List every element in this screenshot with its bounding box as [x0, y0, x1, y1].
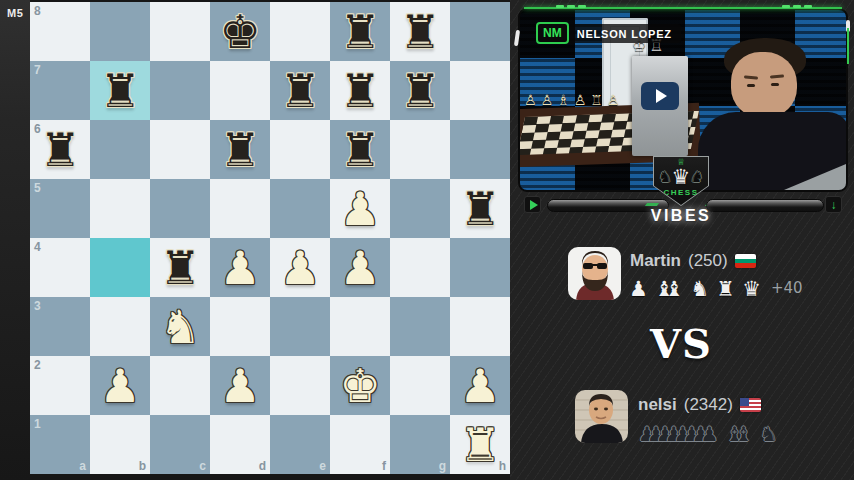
file-label-d: d	[259, 460, 266, 472]
play-control-icon	[524, 196, 541, 213]
square-d5[interactable]	[210, 179, 270, 238]
avatar-martin-image	[568, 247, 621, 300]
material-advantage: +40	[771, 279, 803, 297]
square-g8[interactable]: ♜	[390, 2, 450, 61]
captured-knight-icon: ♞	[759, 424, 777, 444]
square-c5[interactable]	[150, 179, 210, 238]
rank-label-1: 1	[34, 418, 41, 430]
rank-label-4: 4	[34, 241, 41, 253]
square-a8[interactable]: 8	[30, 2, 90, 61]
streamer-label: NM NELSON LOPEZ	[536, 22, 681, 44]
square-e2[interactable]	[270, 356, 330, 415]
logo-shield: ♕ ♞ ♛ ♞ CHESS	[653, 156, 709, 206]
knight-icon: ♞	[690, 170, 703, 185]
square-a3[interactable]: 3	[30, 297, 90, 356]
square-c7[interactable]	[150, 61, 210, 120]
player-top-name: Martin	[630, 251, 681, 271]
player-bottom-name: nelsi	[638, 395, 677, 415]
square-h2[interactable]: ♟	[450, 356, 510, 415]
square-f1[interactable]: f	[330, 415, 390, 474]
player-bottom-info: nelsi (2342)	[638, 395, 761, 415]
white-knight: ♞	[150, 297, 210, 356]
black-rook: ♜	[270, 61, 330, 120]
file-label-a: a	[79, 460, 86, 472]
captured-pawn-icon: ♟	[629, 279, 648, 300]
move-list-strip: M5	[0, 0, 30, 480]
square-f8[interactable]: ♜	[330, 2, 390, 61]
captured-rook-icon: ♜	[716, 279, 735, 300]
square-a6[interactable]: 6♜	[30, 120, 90, 179]
white-pawn: ♟	[270, 238, 330, 297]
rank-label-6: 6	[34, 123, 41, 135]
black-rook: ♜	[90, 61, 150, 120]
youtube-play-button-award	[632, 56, 688, 156]
logo-text-chess: CHESS	[654, 188, 708, 197]
square-d7[interactable]	[210, 61, 270, 120]
square-b5[interactable]	[90, 179, 150, 238]
square-b7[interactable]: ♜	[90, 61, 150, 120]
square-d2[interactable]: ♟	[210, 356, 270, 415]
chess-board[interactable]: 8♚♜♜7♜♜♜♜6♜♜♜5♟♜4♜♟♟♟3♞2♟♟♚♟1abcdefgh♜	[30, 2, 510, 474]
white-pawn: ♟	[330, 179, 390, 238]
queen-icon: ♛	[672, 167, 691, 188]
square-f4[interactable]: ♟	[330, 238, 390, 297]
square-h6[interactable]	[450, 120, 510, 179]
square-e6[interactable]	[270, 120, 330, 179]
square-g7[interactable]: ♜	[390, 61, 450, 120]
black-rook: ♜	[390, 2, 450, 61]
square-g6[interactable]	[390, 120, 450, 179]
square-h8[interactable]	[450, 2, 510, 61]
rank-label-2: 2	[34, 359, 41, 371]
stream-panel: ♙♙♗♙♖♙ ♔♖ NM NELSON LOPEZ	[510, 0, 854, 480]
player-bottom-rating: (2342)	[684, 395, 733, 415]
black-rook: ♜	[330, 120, 390, 179]
frame-accent-dashes-left	[556, 5, 586, 8]
file-label-b: b	[139, 460, 146, 472]
square-h4[interactable]	[450, 238, 510, 297]
file-label-h: h	[499, 460, 506, 472]
square-e7[interactable]: ♜	[270, 61, 330, 120]
player-top-rating: (250)	[688, 251, 728, 271]
white-pawn: ♟	[210, 238, 270, 297]
square-f2[interactable]: ♚	[330, 356, 390, 415]
square-g5[interactable]	[390, 179, 450, 238]
square-b6[interactable]	[90, 120, 150, 179]
square-c1[interactable]: c	[150, 415, 210, 474]
captured-pieces-top: ♟♝♝♞♜♛+40	[629, 276, 803, 300]
vs-label: VS	[606, 320, 756, 367]
avatar-nelsi-image	[575, 390, 628, 443]
square-f5[interactable]: ♟	[330, 179, 390, 238]
square-b2[interactable]: ♟	[90, 356, 150, 415]
progress-bar-right	[706, 199, 824, 212]
square-b4[interactable]	[90, 238, 150, 297]
square-c8[interactable]	[150, 2, 210, 61]
white-pawn: ♟	[330, 238, 390, 297]
usa-flag-icon	[740, 398, 761, 412]
black-rook: ♜	[390, 61, 450, 120]
square-d3[interactable]	[210, 297, 270, 356]
square-c2[interactable]	[150, 356, 210, 415]
file-label-g: g	[439, 460, 446, 472]
square-c6[interactable]	[150, 120, 210, 179]
square-b3[interactable]	[90, 297, 150, 356]
square-g1[interactable]: g	[390, 415, 450, 474]
square-d1[interactable]: d	[210, 415, 270, 474]
captured-knight-icon: ♞	[690, 279, 709, 300]
stream-screen: M5 8♚♜♜7♜♜♜♜6♜♜♜5♟♜4♜♟♟♟3♞2♟♟♚♟1abcdefgh…	[0, 0, 854, 480]
chess-vibes-logo: ♕ ♞ ♛ ♞ CHESS VIBES	[641, 156, 721, 225]
square-f7[interactable]: ♜	[330, 61, 390, 120]
streamer-name: NELSON LOPEZ	[567, 24, 681, 43]
frame-accent-dashes-right	[782, 5, 812, 8]
square-a5[interactable]: 5	[30, 179, 90, 238]
white-pawn: ♟	[90, 356, 150, 415]
square-a1[interactable]: 1a	[30, 415, 90, 474]
file-label-e: e	[319, 460, 326, 472]
square-h7[interactable]	[450, 61, 510, 120]
avatar-martin	[568, 247, 621, 300]
square-d6[interactable]: ♜	[210, 120, 270, 179]
bulgaria-flag-icon	[735, 254, 756, 268]
black-rook: ♜	[330, 2, 390, 61]
white-pawn: ♟	[450, 356, 510, 415]
file-label-c: c	[199, 460, 206, 472]
square-f6[interactable]: ♜	[330, 120, 390, 179]
captured-pieces-bottom: ♟♟♟♟♟♟♟♟♝♝♞	[638, 420, 777, 444]
square-c3[interactable]: ♞	[150, 297, 210, 356]
move-label: M5	[0, 0, 30, 19]
streamer-face	[731, 52, 797, 118]
black-rook: ♜	[210, 120, 270, 179]
square-d4[interactable]: ♟	[210, 238, 270, 297]
captured-queen-icon: ♛	[742, 279, 761, 300]
square-e8[interactable]	[270, 2, 330, 61]
white-pawn: ♟	[210, 356, 270, 415]
square-e1[interactable]: e	[270, 415, 330, 474]
black-rook: ♜	[450, 179, 510, 238]
frame-accent-vline	[847, 28, 849, 64]
rank-label-3: 3	[34, 300, 41, 312]
square-a2[interactable]: 2	[30, 356, 90, 415]
square-e4[interactable]: ♟	[270, 238, 330, 297]
white-king: ♚	[330, 356, 390, 415]
avatar-nelsi	[575, 390, 628, 443]
captured-bishop-icon: ♝	[665, 279, 684, 300]
square-g4[interactable]	[390, 238, 450, 297]
knight-icon: ♞	[658, 170, 671, 185]
square-e3[interactable]	[270, 297, 330, 356]
black-rook: ♜	[330, 61, 390, 120]
square-e5[interactable]	[270, 179, 330, 238]
square-b1[interactable]: b	[90, 415, 150, 474]
square-h1[interactable]: h♜	[450, 415, 510, 474]
captured-pawn-icon: ♟	[701, 424, 719, 444]
square-g2[interactable]	[390, 356, 450, 415]
square-g3[interactable]	[390, 297, 450, 356]
square-c4[interactable]: ♜	[150, 238, 210, 297]
nm-title-badge: NM	[536, 22, 569, 44]
file-label-f: f	[382, 460, 386, 472]
square-a7[interactable]: 7	[30, 61, 90, 120]
rank-label-8: 8	[34, 5, 41, 17]
download-arrow-icon: ↓	[825, 196, 842, 213]
black-rook: ♜	[150, 238, 210, 297]
rank-label-5: 5	[34, 182, 41, 194]
square-h5[interactable]: ♜	[450, 179, 510, 238]
rank-label-7: 7	[34, 64, 41, 76]
square-h3[interactable]	[450, 297, 510, 356]
black-king: ♚	[210, 2, 270, 61]
captured-bishop-icon: ♝	[734, 424, 752, 444]
square-d8[interactable]: ♚	[210, 2, 270, 61]
player-top-info: Martin (250)	[630, 251, 756, 271]
square-b8[interactable]	[90, 2, 150, 61]
square-a4[interactable]: 4	[30, 238, 90, 297]
logo-text-vibes: VIBES	[641, 207, 721, 225]
square-f3[interactable]	[330, 297, 390, 356]
play-icon	[641, 82, 679, 110]
